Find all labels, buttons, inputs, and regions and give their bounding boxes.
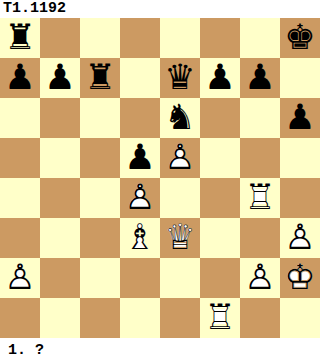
square-a1[interactable] bbox=[0, 298, 40, 338]
piece-white-king: ♚♔ bbox=[280, 258, 320, 298]
square-h4[interactable] bbox=[280, 178, 320, 218]
square-a6[interactable] bbox=[0, 98, 40, 138]
square-f2[interactable] bbox=[200, 258, 240, 298]
piece-black-knight: ♞ bbox=[160, 98, 200, 138]
square-f4[interactable] bbox=[200, 178, 240, 218]
square-b2[interactable] bbox=[40, 258, 80, 298]
square-g3[interactable] bbox=[240, 218, 280, 258]
square-d7[interactable] bbox=[120, 58, 160, 98]
piece-black-king: ♚ bbox=[280, 18, 320, 58]
piece-black-pawn: ♟ bbox=[200, 58, 240, 98]
square-c5[interactable] bbox=[80, 138, 120, 178]
square-a3[interactable] bbox=[0, 218, 40, 258]
square-a4[interactable] bbox=[0, 178, 40, 218]
square-a5[interactable] bbox=[0, 138, 40, 178]
square-g7[interactable]: ♟ bbox=[240, 58, 280, 98]
square-g1[interactable] bbox=[240, 298, 280, 338]
square-f5[interactable] bbox=[200, 138, 240, 178]
square-d8[interactable] bbox=[120, 18, 160, 58]
square-c8[interactable] bbox=[80, 18, 120, 58]
square-h3[interactable]: ♟♙ bbox=[280, 218, 320, 258]
square-a7[interactable]: ♟ bbox=[0, 58, 40, 98]
square-h7[interactable] bbox=[280, 58, 320, 98]
piece-black-rook: ♜ bbox=[0, 18, 40, 58]
square-b3[interactable] bbox=[40, 218, 80, 258]
square-f7[interactable]: ♟ bbox=[200, 58, 240, 98]
square-h5[interactable] bbox=[280, 138, 320, 178]
square-d5[interactable]: ♟ bbox=[120, 138, 160, 178]
square-e6[interactable]: ♞ bbox=[160, 98, 200, 138]
square-g5[interactable] bbox=[240, 138, 280, 178]
piece-white-pawn: ♟♙ bbox=[240, 258, 280, 298]
square-d6[interactable] bbox=[120, 98, 160, 138]
move-prompt: 1. ? bbox=[0, 338, 320, 359]
square-h6[interactable]: ♟ bbox=[280, 98, 320, 138]
square-c2[interactable] bbox=[80, 258, 120, 298]
square-c3[interactable] bbox=[80, 218, 120, 258]
piece-black-pawn: ♟ bbox=[40, 58, 80, 98]
square-f6[interactable] bbox=[200, 98, 240, 138]
piece-white-pawn: ♟♙ bbox=[120, 178, 160, 218]
square-g6[interactable] bbox=[240, 98, 280, 138]
square-d3[interactable]: ♝♗ bbox=[120, 218, 160, 258]
square-e5[interactable]: ♟♙ bbox=[160, 138, 200, 178]
square-b7[interactable]: ♟ bbox=[40, 58, 80, 98]
square-d1[interactable] bbox=[120, 298, 160, 338]
square-g4[interactable]: ♜♖ bbox=[240, 178, 280, 218]
square-a2[interactable]: ♟♙ bbox=[0, 258, 40, 298]
square-c1[interactable] bbox=[80, 298, 120, 338]
square-g8[interactable] bbox=[240, 18, 280, 58]
square-e3[interactable]: ♛♕ bbox=[160, 218, 200, 258]
square-e4[interactable] bbox=[160, 178, 200, 218]
square-f3[interactable] bbox=[200, 218, 240, 258]
square-b5[interactable] bbox=[40, 138, 80, 178]
square-b6[interactable] bbox=[40, 98, 80, 138]
square-d4[interactable]: ♟♙ bbox=[120, 178, 160, 218]
piece-black-queen: ♛ bbox=[160, 58, 200, 98]
puzzle-id: T1.1192 bbox=[0, 0, 320, 18]
square-c6[interactable] bbox=[80, 98, 120, 138]
square-e1[interactable] bbox=[160, 298, 200, 338]
square-b1[interactable] bbox=[40, 298, 80, 338]
piece-white-pawn: ♟♙ bbox=[280, 218, 320, 258]
square-c7[interactable]: ♜ bbox=[80, 58, 120, 98]
piece-black-pawn: ♟ bbox=[0, 58, 40, 98]
square-h2[interactable]: ♚♔ bbox=[280, 258, 320, 298]
square-e2[interactable] bbox=[160, 258, 200, 298]
piece-white-queen: ♛♕ bbox=[160, 218, 200, 258]
piece-white-pawn: ♟♙ bbox=[160, 138, 200, 178]
square-g2[interactable]: ♟♙ bbox=[240, 258, 280, 298]
square-b8[interactable] bbox=[40, 18, 80, 58]
square-e7[interactable]: ♛ bbox=[160, 58, 200, 98]
square-h1[interactable] bbox=[280, 298, 320, 338]
piece-white-rook: ♜♖ bbox=[200, 298, 240, 338]
square-h8[interactable]: ♚ bbox=[280, 18, 320, 58]
chess-board: ♜♚♟♟♜♛♟♟♞♟♟♟♙♟♙♜♖♝♗♛♕♟♙♟♙♟♙♚♔♜♖ bbox=[0, 18, 320, 338]
square-a8[interactable]: ♜ bbox=[0, 18, 40, 58]
piece-black-rook: ♜ bbox=[80, 58, 120, 98]
piece-black-pawn: ♟ bbox=[120, 138, 160, 178]
piece-black-pawn: ♟ bbox=[280, 98, 320, 138]
square-f1[interactable]: ♜♖ bbox=[200, 298, 240, 338]
square-c4[interactable] bbox=[80, 178, 120, 218]
piece-white-rook: ♜♖ bbox=[240, 178, 280, 218]
piece-black-pawn: ♟ bbox=[240, 58, 280, 98]
square-f8[interactable] bbox=[200, 18, 240, 58]
square-d2[interactable] bbox=[120, 258, 160, 298]
square-b4[interactable] bbox=[40, 178, 80, 218]
piece-white-bishop: ♝♗ bbox=[120, 218, 160, 258]
piece-white-pawn: ♟♙ bbox=[0, 258, 40, 298]
square-e8[interactable] bbox=[160, 18, 200, 58]
